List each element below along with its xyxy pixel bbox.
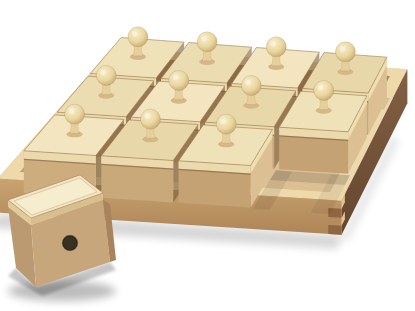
finger-joint (328, 225, 341, 235)
knob-highlight (132, 31, 138, 37)
photo-canvas (0, 0, 415, 311)
knob-highlight (270, 41, 276, 47)
knob-highlight (201, 36, 207, 42)
knob-highlight (339, 46, 345, 52)
